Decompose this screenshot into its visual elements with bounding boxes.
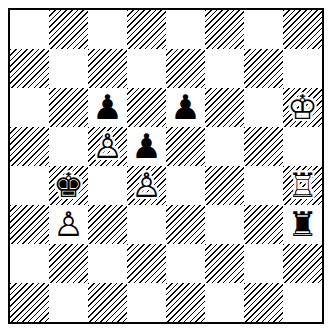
piece-white-rook-h4[interactable]: ♖ (287, 166, 317, 205)
square-g6[interactable] (244, 88, 283, 127)
square-f2[interactable] (205, 244, 244, 283)
square-c7[interactable] (88, 49, 127, 88)
square-h5[interactable] (283, 127, 322, 166)
square-f4[interactable] (205, 166, 244, 205)
square-h6[interactable]: ♔ (283, 88, 322, 127)
piece-white-pawn-d4[interactable]: ♙ (131, 166, 161, 205)
square-e1[interactable] (166, 283, 205, 322)
square-c5[interactable]: ♙ (88, 127, 127, 166)
piece-black-king-b4[interactable]: ♚ (53, 166, 83, 205)
square-g3[interactable] (244, 205, 283, 244)
square-e8[interactable] (166, 10, 205, 49)
square-c6[interactable]: ♟ (88, 88, 127, 127)
square-d8[interactable] (127, 10, 166, 49)
square-a8[interactable] (10, 10, 49, 49)
square-f1[interactable] (205, 283, 244, 322)
square-b8[interactable] (49, 10, 88, 49)
square-b3[interactable]: ♙ (49, 205, 88, 244)
square-f8[interactable] (205, 10, 244, 49)
square-a3[interactable] (10, 205, 49, 244)
square-f5[interactable] (205, 127, 244, 166)
square-b7[interactable] (49, 49, 88, 88)
square-e2[interactable] (166, 244, 205, 283)
square-h7[interactable] (283, 49, 322, 88)
square-d6[interactable] (127, 88, 166, 127)
square-g5[interactable] (244, 127, 283, 166)
chess-board: ♟♟♔♙♟♚♙♖♙♜ (10, 10, 322, 322)
square-d4[interactable]: ♙ (127, 166, 166, 205)
square-d7[interactable] (127, 49, 166, 88)
square-g1[interactable] (244, 283, 283, 322)
square-h1[interactable] (283, 283, 322, 322)
square-c3[interactable] (88, 205, 127, 244)
square-a6[interactable] (10, 88, 49, 127)
square-a7[interactable] (10, 49, 49, 88)
square-b6[interactable] (49, 88, 88, 127)
square-d1[interactable] (127, 283, 166, 322)
square-a2[interactable] (10, 244, 49, 283)
piece-black-pawn-c6[interactable]: ♟ (92, 88, 122, 127)
square-a4[interactable] (10, 166, 49, 205)
square-c4[interactable] (88, 166, 127, 205)
square-f7[interactable] (205, 49, 244, 88)
square-a5[interactable] (10, 127, 49, 166)
piece-white-pawn-b3[interactable]: ♙ (53, 205, 83, 244)
square-d5[interactable]: ♟ (127, 127, 166, 166)
square-h8[interactable] (283, 10, 322, 49)
square-c1[interactable] (88, 283, 127, 322)
square-b5[interactable] (49, 127, 88, 166)
square-e3[interactable] (166, 205, 205, 244)
square-e7[interactable] (166, 49, 205, 88)
square-f6[interactable] (205, 88, 244, 127)
piece-black-rook-h3[interactable]: ♜ (287, 205, 317, 244)
square-e4[interactable] (166, 166, 205, 205)
square-g8[interactable] (244, 10, 283, 49)
square-c8[interactable] (88, 10, 127, 49)
piece-black-pawn-d5[interactable]: ♟ (131, 127, 161, 166)
square-h3[interactable]: ♜ (283, 205, 322, 244)
square-e5[interactable] (166, 127, 205, 166)
square-b2[interactable] (49, 244, 88, 283)
square-g7[interactable] (244, 49, 283, 88)
square-g2[interactable] (244, 244, 283, 283)
square-g4[interactable] (244, 166, 283, 205)
square-h4[interactable]: ♖ (283, 166, 322, 205)
square-h2[interactable] (283, 244, 322, 283)
square-d2[interactable] (127, 244, 166, 283)
square-f3[interactable] (205, 205, 244, 244)
piece-white-king-h6[interactable]: ♔ (287, 88, 317, 127)
piece-black-pawn-e6[interactable]: ♟ (170, 88, 200, 127)
chess-board-frame: ♟♟♔♙♟♚♙♖♙♜ (8, 8, 324, 324)
piece-white-pawn-c5[interactable]: ♙ (92, 127, 122, 166)
square-d3[interactable] (127, 205, 166, 244)
square-c2[interactable] (88, 244, 127, 283)
square-b4[interactable]: ♚ (49, 166, 88, 205)
square-a1[interactable] (10, 283, 49, 322)
square-e6[interactable]: ♟ (166, 88, 205, 127)
square-b1[interactable] (49, 283, 88, 322)
